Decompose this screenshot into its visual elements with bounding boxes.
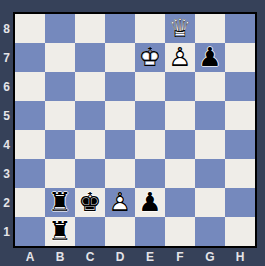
- white-piece-outline: ♔: [135, 43, 165, 72]
- square-g7[interactable]: ♟: [195, 43, 225, 72]
- white-piece-fill: ♚: [135, 43, 165, 72]
- square-d7[interactable]: [105, 43, 135, 72]
- square-e7[interactable]: ♚♔: [135, 43, 165, 72]
- square-g2[interactable]: [195, 188, 225, 217]
- square-d1[interactable]: [105, 217, 135, 246]
- square-a5[interactable]: [15, 101, 45, 130]
- file-label-d: D: [105, 248, 135, 266]
- square-c2[interactable]: ♚: [75, 188, 105, 217]
- file-label-f: F: [165, 248, 195, 266]
- black-rook-icon: ♜: [45, 188, 75, 217]
- rank-labels: 87654321: [0, 14, 13, 246]
- file-label-e: E: [135, 248, 165, 266]
- black-piece-glyph: ♚: [75, 188, 105, 217]
- square-b2[interactable]: ♜: [45, 188, 75, 217]
- white-pawn-icon: ♟♙: [105, 188, 135, 217]
- square-e4[interactable]: [135, 130, 165, 159]
- rank-label-2: 2: [0, 188, 13, 217]
- file-label-a: A: [15, 248, 45, 266]
- square-f6[interactable]: [165, 72, 195, 101]
- black-king-icon: ♚: [75, 188, 105, 217]
- square-e2[interactable]: ♟: [135, 188, 165, 217]
- rank-label-8: 8: [0, 14, 13, 43]
- square-f4[interactable]: [165, 130, 195, 159]
- square-a8[interactable]: [15, 14, 45, 43]
- square-f3[interactable]: [165, 159, 195, 188]
- square-d5[interactable]: [105, 101, 135, 130]
- square-b7[interactable]: [45, 43, 75, 72]
- square-b3[interactable]: [45, 159, 75, 188]
- square-b4[interactable]: [45, 130, 75, 159]
- square-h4[interactable]: [225, 130, 255, 159]
- square-c3[interactable]: [75, 159, 105, 188]
- square-d6[interactable]: [105, 72, 135, 101]
- white-piece-outline: ♕: [165, 14, 195, 43]
- file-label-c: C: [75, 248, 105, 266]
- square-c6[interactable]: [75, 72, 105, 101]
- rank-label-1: 1: [0, 217, 13, 246]
- black-piece-glyph: ♟: [135, 188, 165, 217]
- white-queen-icon: ♛♕: [165, 14, 195, 43]
- white-piece-fill: ♟: [165, 43, 195, 72]
- square-a4[interactable]: [15, 130, 45, 159]
- square-d8[interactable]: [105, 14, 135, 43]
- rank-label-5: 5: [0, 101, 13, 130]
- square-h5[interactable]: [225, 101, 255, 130]
- square-e1[interactable]: [135, 217, 165, 246]
- rank-label-3: 3: [0, 159, 13, 188]
- rank-label-6: 6: [0, 72, 13, 101]
- square-c5[interactable]: [75, 101, 105, 130]
- square-a1[interactable]: [15, 217, 45, 246]
- square-d3[interactable]: [105, 159, 135, 188]
- square-b8[interactable]: [45, 14, 75, 43]
- board: ♛♕♚♔♟♙♟♜♚♟♙♟♜: [13, 12, 257, 248]
- white-pawn-icon: ♟♙: [165, 43, 195, 72]
- square-f8[interactable]: ♛♕: [165, 14, 195, 43]
- chess-diagram: 87654321 ♛♕♚♔♟♙♟♜♚♟♙♟♜ ABCDEFGH: [0, 0, 265, 266]
- black-piece-glyph: ♜: [45, 217, 75, 246]
- square-d4[interactable]: [105, 130, 135, 159]
- square-g8[interactable]: [195, 14, 225, 43]
- square-f5[interactable]: [165, 101, 195, 130]
- square-e5[interactable]: [135, 101, 165, 130]
- square-g3[interactable]: [195, 159, 225, 188]
- square-e3[interactable]: [135, 159, 165, 188]
- square-d2[interactable]: ♟♙: [105, 188, 135, 217]
- square-b1[interactable]: ♜: [45, 217, 75, 246]
- square-g6[interactable]: [195, 72, 225, 101]
- square-g1[interactable]: [195, 217, 225, 246]
- square-a6[interactable]: [15, 72, 45, 101]
- black-piece-glyph: ♟: [195, 43, 225, 72]
- square-e8[interactable]: [135, 14, 165, 43]
- square-e6[interactable]: [135, 72, 165, 101]
- square-c8[interactable]: [75, 14, 105, 43]
- square-c1[interactable]: [75, 217, 105, 246]
- square-a2[interactable]: [15, 188, 45, 217]
- file-labels: ABCDEFGH: [15, 248, 255, 266]
- white-piece-outline: ♙: [165, 43, 195, 72]
- square-h2[interactable]: [225, 188, 255, 217]
- square-g4[interactable]: [195, 130, 225, 159]
- black-piece-glyph: ♜: [45, 188, 75, 217]
- white-piece-fill: ♛: [165, 14, 195, 43]
- white-piece-fill: ♟: [105, 188, 135, 217]
- square-a3[interactable]: [15, 159, 45, 188]
- square-f1[interactable]: [165, 217, 195, 246]
- black-rook-icon: ♜: [45, 217, 75, 246]
- black-pawn-icon: ♟: [135, 188, 165, 217]
- square-b5[interactable]: [45, 101, 75, 130]
- square-g5[interactable]: [195, 101, 225, 130]
- file-label-b: B: [45, 248, 75, 266]
- file-label-h: H: [225, 248, 255, 266]
- square-h7[interactable]: [225, 43, 255, 72]
- square-h8[interactable]: [225, 14, 255, 43]
- square-h6[interactable]: [225, 72, 255, 101]
- white-piece-outline: ♙: [105, 188, 135, 217]
- square-c4[interactable]: [75, 130, 105, 159]
- square-a7[interactable]: [15, 43, 45, 72]
- square-c7[interactable]: [75, 43, 105, 72]
- square-b6[interactable]: [45, 72, 75, 101]
- black-pawn-icon: ♟: [195, 43, 225, 72]
- square-h1[interactable]: [225, 217, 255, 246]
- rank-label-4: 4: [0, 130, 13, 159]
- rank-label-7: 7: [0, 43, 13, 72]
- square-h3[interactable]: [225, 159, 255, 188]
- white-king-icon: ♚♔: [135, 43, 165, 72]
- square-f2[interactable]: [165, 188, 195, 217]
- square-f7[interactable]: ♟♙: [165, 43, 195, 72]
- file-label-g: G: [195, 248, 225, 266]
